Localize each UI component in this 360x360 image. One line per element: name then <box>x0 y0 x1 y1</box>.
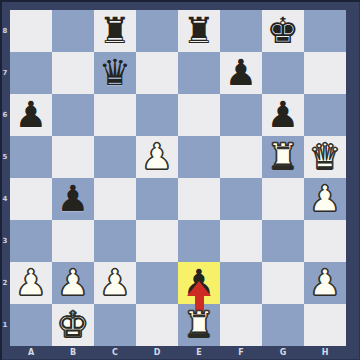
square-e3[interactable] <box>178 220 220 262</box>
square-f3[interactable] <box>220 220 262 262</box>
piece-black-rook-c8[interactable]: ♜ <box>94 10 136 52</box>
square-a8[interactable] <box>10 10 52 52</box>
piece-black-rook-e8[interactable]: ♜ <box>178 10 220 52</box>
square-g3[interactable] <box>262 220 304 262</box>
square-h1[interactable] <box>304 304 346 346</box>
piece-white-pawn-c2[interactable]: ♟ <box>94 262 136 304</box>
file-label-f: F <box>220 346 262 359</box>
square-f5[interactable] <box>220 136 262 178</box>
piece-black-pawn-f7[interactable]: ♟ <box>220 52 262 94</box>
square-h3[interactable] <box>304 220 346 262</box>
file-label-h: H <box>304 346 346 359</box>
square-d6[interactable] <box>136 94 178 136</box>
square-d1[interactable] <box>136 304 178 346</box>
square-e6[interactable] <box>178 94 220 136</box>
rank-label-5: 5 <box>0 136 10 178</box>
piece-black-queen-c7[interactable]: ♛ <box>94 52 136 94</box>
piece-black-pawn-g6[interactable]: ♟ <box>262 94 304 136</box>
piece-white-pawn-d5[interactable]: ♟ <box>136 136 178 178</box>
square-g1[interactable] <box>262 304 304 346</box>
square-c3[interactable] <box>94 220 136 262</box>
square-b3[interactable] <box>52 220 94 262</box>
square-g2[interactable] <box>262 262 304 304</box>
piece-black-pawn-a6[interactable]: ♟ <box>10 94 52 136</box>
square-d4[interactable] <box>136 178 178 220</box>
square-c6[interactable] <box>94 94 136 136</box>
rank-labels: 87654321 <box>0 10 10 346</box>
move-arrow-head <box>187 281 211 296</box>
file-label-g: G <box>262 346 304 359</box>
piece-white-pawn-h4[interactable]: ♟ <box>304 178 346 220</box>
square-a7[interactable] <box>10 52 52 94</box>
square-f2[interactable] <box>220 262 262 304</box>
piece-white-pawn-a2[interactable]: ♟ <box>10 262 52 304</box>
rank-label-1: 1 <box>0 304 10 346</box>
square-g4[interactable] <box>262 178 304 220</box>
file-label-b: B <box>52 346 94 359</box>
square-d3[interactable] <box>136 220 178 262</box>
piece-black-pawn-b4[interactable]: ♟ <box>52 178 94 220</box>
square-d8[interactable] <box>136 10 178 52</box>
file-label-a: A <box>10 346 52 359</box>
rank-label-3: 3 <box>0 220 10 262</box>
square-e5[interactable] <box>178 136 220 178</box>
square-e4[interactable] <box>178 178 220 220</box>
square-b6[interactable] <box>52 94 94 136</box>
piece-white-queen-h5[interactable]: ♛ <box>304 136 346 178</box>
file-labels: ABCDEFGH <box>10 346 346 360</box>
rank-label-6: 6 <box>0 94 10 136</box>
square-f1[interactable] <box>220 304 262 346</box>
square-b5[interactable] <box>52 136 94 178</box>
square-a4[interactable] <box>10 178 52 220</box>
square-h8[interactable] <box>304 10 346 52</box>
square-d7[interactable] <box>136 52 178 94</box>
piece-white-rook-g5[interactable]: ♜ <box>262 136 304 178</box>
rank-label-2: 2 <box>0 262 10 304</box>
square-a5[interactable] <box>10 136 52 178</box>
square-b8[interactable] <box>52 10 94 52</box>
piece-white-pawn-b2[interactable]: ♟ <box>52 262 94 304</box>
square-h6[interactable] <box>304 94 346 136</box>
square-h7[interactable] <box>304 52 346 94</box>
file-label-e: E <box>178 346 220 359</box>
square-f6[interactable] <box>220 94 262 136</box>
square-f8[interactable] <box>220 10 262 52</box>
chess-board-window: 87654321 ABCDEFGH ♜♜♚♛♟♟♟♟♜♛♟♟♟♟♟♟♟♚♜ <box>0 0 360 360</box>
square-f4[interactable] <box>220 178 262 220</box>
square-g7[interactable] <box>262 52 304 94</box>
file-label-c: C <box>94 346 136 359</box>
rank-label-4: 4 <box>0 178 10 220</box>
piece-white-rook-e1[interactable]: ♜ <box>178 304 220 346</box>
square-d2[interactable] <box>136 262 178 304</box>
piece-white-king-b1[interactable]: ♚ <box>52 304 94 346</box>
square-a3[interactable] <box>10 220 52 262</box>
square-c5[interactable] <box>94 136 136 178</box>
piece-white-pawn-h2[interactable]: ♟ <box>304 262 346 304</box>
rank-label-8: 8 <box>0 10 10 52</box>
square-c1[interactable] <box>94 304 136 346</box>
piece-black-king-g8[interactable]: ♚ <box>262 10 304 52</box>
rank-label-7: 7 <box>0 52 10 94</box>
square-b7[interactable] <box>52 52 94 94</box>
square-e7[interactable] <box>178 52 220 94</box>
square-c4[interactable] <box>94 178 136 220</box>
square-a1[interactable] <box>10 304 52 346</box>
file-label-d: D <box>136 346 178 359</box>
